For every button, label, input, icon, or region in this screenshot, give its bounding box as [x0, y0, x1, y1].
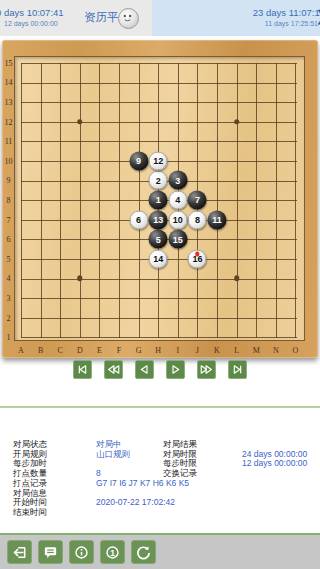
star-point-L12: [234, 119, 240, 125]
col-label-O: O: [293, 346, 299, 355]
stone-H5-move-14: 14: [149, 249, 168, 268]
go-to-end-icon: [230, 362, 245, 377]
row-label-2: 2: [7, 313, 11, 322]
move-number-button[interactable]: 1: [100, 540, 125, 565]
stone-J7-move-8: 8: [188, 210, 207, 229]
stone-K7-move-11: 11: [208, 210, 227, 229]
refresh-icon: [135, 544, 152, 561]
info-value: [242, 489, 320, 499]
col-label-F: F: [117, 346, 121, 355]
go-to-start-button[interactable]: [73, 360, 92, 379]
stone-J8-move-7: 7: [188, 190, 207, 209]
exit-icon: [11, 544, 28, 561]
gomoku-board[interactable]: 151413121110987654321ABCDEFGHIJKLMNO 123…: [2, 40, 318, 358]
info-value: [96, 508, 163, 518]
stone-move-number: 2: [156, 175, 161, 185]
stone-H6-move-5: 5: [149, 230, 168, 249]
info-value: [96, 459, 163, 469]
info-label: [163, 508, 242, 518]
col-label-H: H: [155, 346, 161, 355]
fast-forward-icon: [199, 362, 214, 377]
col-label-A: A: [18, 346, 24, 355]
bottom-toolbar: 1: [0, 533, 320, 569]
star-point-D12: [77, 119, 83, 125]
row-label-13: 13: [5, 97, 13, 106]
info-label: 结束时间: [13, 508, 96, 518]
stone-I8-move-4: 4: [168, 190, 187, 209]
col-label-C: C: [58, 346, 63, 355]
star-point-L4: [234, 276, 240, 282]
info-value: [242, 479, 320, 489]
stone-I6-move-15: 15: [168, 230, 187, 249]
svg-text:1: 1: [110, 547, 115, 557]
stone-H9-move-2: 2: [149, 171, 168, 190]
row-label-15: 15: [5, 58, 13, 67]
col-label-D: D: [77, 346, 83, 355]
step-forward-icon: [168, 362, 183, 377]
info-icon: [73, 544, 90, 561]
fast-forward-button[interactable]: [197, 360, 216, 379]
stone-move-number: 6: [136, 215, 141, 225]
stone-J5-move-16: 16: [188, 249, 207, 268]
row-label-9: 9: [7, 176, 11, 185]
refresh-button[interactable]: [131, 540, 156, 565]
stone-G7-move-6: 6: [129, 210, 148, 229]
player-right-time-main: 23 days 11:07:12: [253, 7, 320, 18]
col-label-G: G: [136, 346, 142, 355]
move-number-icon: 1: [104, 544, 121, 561]
col-label-N: N: [273, 346, 279, 355]
stone-move-number: 7: [195, 195, 200, 205]
info-value: 山口规则: [96, 450, 163, 460]
stone-G10-move-9: 9: [129, 151, 148, 170]
player-left-name: 资历平: [84, 10, 119, 25]
col-label-K: K: [214, 346, 220, 355]
stone-move-number: 13: [153, 215, 163, 225]
row-label-11: 11: [5, 137, 13, 146]
row-label-12: 12: [5, 117, 13, 126]
stone-H8-move-1: 1: [149, 190, 168, 209]
row-label-8: 8: [7, 195, 11, 204]
row-label-3: 3: [7, 293, 11, 302]
stone-move-number: 11: [212, 215, 222, 225]
header: 0 days 10:07:41 12 days 00:00:00 资历平 ❯ 天…: [0, 0, 320, 36]
info-value: [242, 469, 320, 479]
stone-move-number: 14: [153, 254, 163, 264]
row-label-10: 10: [5, 156, 13, 165]
row-label-5: 5: [7, 254, 11, 263]
info-value: G7 I7 I6 J7 K7 H6 K6 K5: [96, 479, 163, 489]
row-label-4: 4: [7, 274, 11, 283]
stone-move-number: 3: [175, 175, 180, 185]
stone-I7-move-10: 10: [168, 210, 187, 229]
stone-move-number: 12: [153, 156, 163, 166]
step-forward-button[interactable]: [166, 360, 185, 379]
stone-move-number: 10: [173, 215, 183, 225]
row-label-7: 7: [7, 215, 11, 224]
avatar-face-icon: [119, 9, 136, 26]
info-button[interactable]: [69, 540, 94, 565]
section-divider: [0, 406, 320, 408]
step-backward-icon: [137, 362, 152, 377]
player-left-avatar[interactable]: [118, 8, 139, 29]
col-label-I: I: [176, 346, 179, 355]
player-left-panel: 0 days 10:07:41 12 days 00:00:00 资历平: [0, 0, 152, 36]
replay-navbar: [0, 360, 320, 380]
info-value: 2020-07-22 17:02:42: [96, 498, 163, 508]
chat-button[interactable]: [38, 540, 63, 565]
player-right-time-sub: 11 days 17:25:51: [265, 20, 318, 27]
info-value: [242, 498, 320, 508]
stone-move-number: 4: [175, 195, 180, 205]
go-to-start-icon: [75, 362, 90, 377]
col-label-J: J: [196, 346, 199, 355]
fast-backward-icon: [106, 362, 121, 377]
player-left-time-sub: 12 days 00:00:00: [4, 20, 58, 27]
col-label-M: M: [253, 346, 260, 355]
info-label: [163, 479, 242, 489]
col-label-E: E: [97, 346, 102, 355]
game-info-panel: 对局状态对局中对局结果开局规则山口规则对局时限24 days 00:00:00每…: [13, 440, 320, 518]
exit-button[interactable]: [7, 540, 32, 565]
stone-H7-move-13: 13: [149, 210, 168, 229]
stone-move-number: 15: [173, 234, 183, 244]
col-label-B: B: [38, 346, 43, 355]
stone-move-number: 9: [136, 156, 141, 166]
player-left-time-main: 0 days 10:07:41: [0, 7, 64, 18]
stone-move-number: 8: [195, 215, 200, 225]
info-value: 12 days 00:00:00: [242, 459, 320, 469]
app-screen: 0 days 10:07:41 12 days 00:00:00 资历平 ❯ 天…: [0, 0, 320, 569]
player-right-panel: ❯ 天下无棋 23 days 11:07:12 11 days 17:25:51: [152, 0, 320, 36]
info-value: [242, 508, 320, 518]
fast-backward-button[interactable]: [104, 360, 123, 379]
row-label-1: 1: [7, 333, 11, 342]
col-label-L: L: [234, 346, 239, 355]
stone-move-number: 1: [156, 195, 161, 205]
stone-H10-move-12: 12: [149, 151, 168, 170]
last-move-marker: [195, 252, 200, 257]
row-label-14: 14: [5, 78, 13, 87]
chat-icon: [42, 544, 59, 561]
stone-move-number: 5: [156, 234, 161, 244]
stone-I9-move-3: 3: [168, 171, 187, 190]
go-to-end-button[interactable]: [228, 360, 247, 379]
star-point-D4: [77, 276, 83, 282]
row-label-6: 6: [7, 235, 11, 244]
step-backward-button[interactable]: [135, 360, 154, 379]
info-label: [163, 498, 242, 508]
